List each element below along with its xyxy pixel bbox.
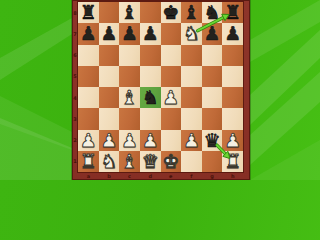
file-label-a: a bbox=[78, 172, 99, 180]
square-f4[interactable] bbox=[181, 87, 202, 108]
piece-black-pawn[interactable]: ♟ bbox=[224, 23, 241, 44]
piece-black-pawn[interactable]: ♟ bbox=[142, 23, 159, 44]
file-label-f: f bbox=[181, 172, 202, 180]
square-c2[interactable]: ♟ bbox=[119, 130, 140, 151]
square-h6[interactable] bbox=[222, 45, 243, 66]
square-a7[interactable]: ♟ bbox=[78, 23, 99, 44]
square-a1[interactable]: ♜ bbox=[78, 151, 99, 172]
piece-black-pawn[interactable]: ♟ bbox=[121, 23, 138, 44]
piece-white-bishop[interactable]: ♝ bbox=[121, 151, 138, 172]
square-c8[interactable]: ♝ bbox=[119, 2, 140, 23]
square-b6[interactable] bbox=[99, 45, 120, 66]
file-labels: abcdefgh bbox=[78, 172, 243, 180]
square-d5[interactable] bbox=[140, 66, 161, 87]
square-a4[interactable] bbox=[78, 87, 99, 108]
piece-white-pawn[interactable]: ♟ bbox=[224, 130, 241, 151]
square-e3[interactable] bbox=[161, 108, 182, 129]
square-h8[interactable]: ♜ bbox=[222, 2, 243, 23]
piece-white-pawn[interactable]: ♟ bbox=[100, 130, 117, 151]
piece-white-pawn[interactable]: ♟ bbox=[183, 130, 200, 151]
screenshot-root: { "game": "chess", "position": { "fen": … bbox=[0, 0, 320, 180]
file-label-g: g bbox=[202, 172, 223, 180]
square-e4[interactable]: ♟ bbox=[161, 87, 182, 108]
file-label-e: e bbox=[161, 172, 182, 180]
square-f3[interactable] bbox=[181, 108, 202, 129]
piece-white-bishop[interactable]: ♝ bbox=[121, 87, 138, 108]
piece-white-queen[interactable]: ♛ bbox=[142, 151, 159, 172]
square-g1[interactable] bbox=[202, 151, 223, 172]
piece-black-pawn[interactable]: ♟ bbox=[80, 23, 97, 44]
square-c1[interactable]: ♝ bbox=[119, 151, 140, 172]
square-h2[interactable]: ♟ bbox=[222, 130, 243, 151]
piece-black-pawn[interactable]: ♟ bbox=[204, 23, 221, 44]
square-d7[interactable]: ♟ bbox=[140, 23, 161, 44]
square-g8[interactable]: ♞ bbox=[202, 2, 223, 23]
piece-black-queen[interactable]: ♛ bbox=[204, 130, 221, 151]
piece-black-rook[interactable]: ♜ bbox=[224, 2, 241, 23]
piece-white-pawn[interactable]: ♟ bbox=[142, 130, 159, 151]
square-g5[interactable] bbox=[202, 66, 223, 87]
piece-black-bishop[interactable]: ♝ bbox=[183, 2, 200, 23]
piece-black-rook[interactable]: ♜ bbox=[80, 2, 97, 23]
square-b4[interactable] bbox=[99, 87, 120, 108]
piece-white-king[interactable]: ♚ bbox=[162, 151, 179, 172]
square-d8[interactable] bbox=[140, 2, 161, 23]
square-a2[interactable]: ♟ bbox=[78, 130, 99, 151]
chess-board: 87654321 abcdefgh ♜♝♚♝♞♜♟♟♟♟♞♟♟♝♞♟♟♟♟♟♟♛… bbox=[72, 0, 250, 180]
piece-black-bishop[interactable]: ♝ bbox=[121, 2, 138, 23]
square-d2[interactable]: ♟ bbox=[140, 130, 161, 151]
file-label-h: h bbox=[222, 172, 243, 180]
square-d3[interactable] bbox=[140, 108, 161, 129]
square-e6[interactable] bbox=[161, 45, 182, 66]
square-e8[interactable]: ♚ bbox=[161, 2, 182, 23]
square-b1[interactable]: ♞ bbox=[99, 151, 120, 172]
piece-white-pawn[interactable]: ♟ bbox=[162, 87, 179, 108]
square-h3[interactable] bbox=[222, 108, 243, 129]
square-f1[interactable] bbox=[181, 151, 202, 172]
square-f5[interactable] bbox=[181, 66, 202, 87]
square-b8[interactable] bbox=[99, 2, 120, 23]
square-c4[interactable]: ♝ bbox=[119, 87, 140, 108]
square-h7[interactable]: ♟ bbox=[222, 23, 243, 44]
piece-black-knight[interactable]: ♞ bbox=[204, 2, 221, 23]
square-b2[interactable]: ♟ bbox=[99, 130, 120, 151]
square-a8[interactable]: ♜ bbox=[78, 2, 99, 23]
square-g7[interactable]: ♟ bbox=[202, 23, 223, 44]
square-b5[interactable] bbox=[99, 66, 120, 87]
square-h5[interactable] bbox=[222, 66, 243, 87]
square-f6[interactable] bbox=[181, 45, 202, 66]
square-e7[interactable] bbox=[161, 23, 182, 44]
piece-black-pawn[interactable]: ♟ bbox=[100, 23, 117, 44]
square-d6[interactable] bbox=[140, 45, 161, 66]
piece-white-knight[interactable]: ♞ bbox=[183, 23, 200, 44]
board-grid: ♜♝♚♝♞♜♟♟♟♟♞♟♟♝♞♟♟♟♟♟♟♛♟♜♞♝♛♚♜ bbox=[78, 2, 243, 172]
square-b3[interactable] bbox=[99, 108, 120, 129]
square-e1[interactable]: ♚ bbox=[161, 151, 182, 172]
file-label-b: b bbox=[99, 172, 120, 180]
piece-white-pawn[interactable]: ♟ bbox=[121, 130, 138, 151]
square-h4[interactable] bbox=[222, 87, 243, 108]
square-g4[interactable] bbox=[202, 87, 223, 108]
piece-white-rook[interactable]: ♜ bbox=[80, 151, 97, 172]
square-d4[interactable]: ♞ bbox=[140, 87, 161, 108]
file-label-d: d bbox=[140, 172, 161, 180]
square-b7[interactable]: ♟ bbox=[99, 23, 120, 44]
piece-black-king[interactable]: ♚ bbox=[162, 2, 179, 23]
square-g2[interactable]: ♛ bbox=[202, 130, 223, 151]
square-f8[interactable]: ♝ bbox=[181, 2, 202, 23]
square-c5[interactable] bbox=[119, 66, 140, 87]
piece-black-knight[interactable]: ♞ bbox=[142, 87, 159, 108]
square-a5[interactable] bbox=[78, 66, 99, 87]
piece-white-knight[interactable]: ♞ bbox=[100, 151, 117, 172]
square-a3[interactable] bbox=[78, 108, 99, 129]
square-f7[interactable]: ♞ bbox=[181, 23, 202, 44]
square-h1[interactable]: ♜ bbox=[222, 151, 243, 172]
square-e5[interactable] bbox=[161, 66, 182, 87]
file-label-c: c bbox=[119, 172, 140, 180]
square-c3[interactable] bbox=[119, 108, 140, 129]
square-a6[interactable] bbox=[78, 45, 99, 66]
square-e2[interactable] bbox=[161, 130, 182, 151]
square-g3[interactable] bbox=[202, 108, 223, 129]
piece-white-pawn[interactable]: ♟ bbox=[80, 130, 97, 151]
piece-white-rook[interactable]: ♜ bbox=[224, 151, 241, 172]
square-c7[interactable]: ♟ bbox=[119, 23, 140, 44]
square-c6[interactable] bbox=[119, 45, 140, 66]
square-f2[interactable]: ♟ bbox=[181, 130, 202, 151]
square-d1[interactable]: ♛ bbox=[140, 151, 161, 172]
square-g6[interactable] bbox=[202, 45, 223, 66]
